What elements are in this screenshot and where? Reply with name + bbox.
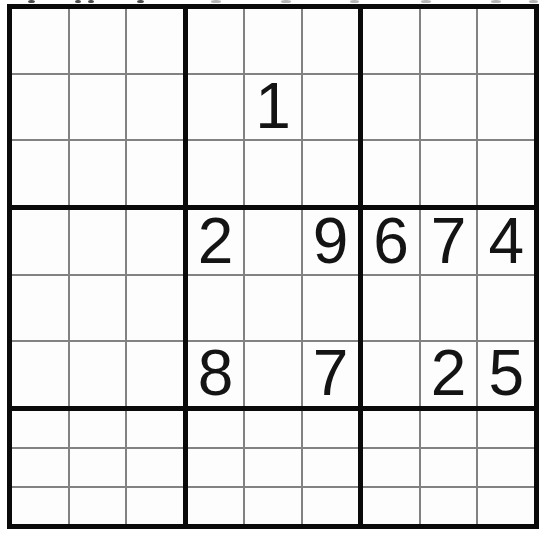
cell-r8c8[interactable] [421, 449, 477, 485]
cell-r6c2[interactable] [70, 342, 126, 406]
cell-r8c5[interactable] [245, 449, 301, 485]
cell-r4c2[interactable] [70, 210, 126, 274]
cell-r2c1[interactable] [12, 75, 68, 139]
cell-r5c4[interactable] [188, 276, 244, 340]
cell-r7c4[interactable] [188, 411, 244, 447]
sudoku-box-r3c2 [188, 411, 359, 524]
cell-r5c2[interactable] [70, 276, 126, 340]
sudoku-box-r2c1 [12, 210, 183, 406]
cell-r3c9[interactable] [478, 141, 534, 205]
cell-r5c6[interactable] [303, 276, 359, 340]
cell-r1c5[interactable] [245, 9, 301, 73]
given-digit: 6 [373, 210, 409, 273]
sudoku-box-r1c3 [363, 9, 534, 205]
cell-r7c7[interactable] [363, 411, 419, 447]
cell-r3c1[interactable] [12, 141, 68, 205]
cropped-digit-artifact [28, 0, 35, 3]
cropped-digit-artifact [88, 0, 94, 3]
cell-r5c8[interactable] [421, 276, 477, 340]
cell-r1c7[interactable] [363, 9, 419, 73]
cell-r3c6[interactable] [303, 141, 359, 205]
cell-r1c2[interactable] [70, 9, 126, 73]
cell-r2c6[interactable] [303, 75, 359, 139]
cell-r1c1[interactable] [12, 9, 68, 73]
cell-r2c9[interactable] [478, 75, 534, 139]
cell-r3c7[interactable] [363, 141, 419, 205]
cell-r7c8[interactable] [421, 411, 477, 447]
sudoku-box-r1c2: 1 [188, 9, 359, 205]
cell-r8c4[interactable] [188, 449, 244, 485]
given-digit: 1 [255, 75, 291, 138]
cropped-digit-artifact [137, 0, 144, 3]
cell-r4c5[interactable] [245, 210, 301, 274]
sudoku-box-r2c2: 2987 [188, 210, 359, 406]
given-digit: 2 [431, 342, 467, 405]
cell-r9c4[interactable] [188, 488, 244, 524]
cell-r9c7[interactable] [363, 488, 419, 524]
cell-r3c5[interactable] [245, 141, 301, 205]
cell-r3c3[interactable] [127, 141, 183, 205]
cell-r1c4[interactable] [188, 9, 244, 73]
cell-r6c1[interactable] [12, 342, 68, 406]
cropped-digit-artifact [491, 0, 501, 3]
cell-r3c8[interactable] [421, 141, 477, 205]
cell-r6c7[interactable] [363, 342, 419, 406]
cell-r1c8[interactable] [421, 9, 477, 73]
given-digit: 5 [488, 342, 524, 405]
cell-r7c5[interactable] [245, 411, 301, 447]
cell-r3c4[interactable] [188, 141, 244, 205]
cell-r7c9[interactable] [478, 411, 534, 447]
cell-r8c3[interactable] [127, 449, 183, 485]
cell-r4c8[interactable]: 7 [421, 210, 477, 274]
cropped-digit-artifact [529, 0, 538, 3]
sudoku-box-r1c1 [12, 9, 183, 205]
cell-r5c5[interactable] [245, 276, 301, 340]
cell-r8c6[interactable] [303, 449, 359, 485]
cell-r9c9[interactable] [478, 488, 534, 524]
cell-r9c1[interactable] [12, 488, 68, 524]
cell-r4c7[interactable]: 6 [363, 210, 419, 274]
cell-r9c6[interactable] [303, 488, 359, 524]
cell-r4c3[interactable] [127, 210, 183, 274]
cell-r5c3[interactable] [127, 276, 183, 340]
cell-r2c7[interactable] [363, 75, 419, 139]
cell-r1c9[interactable] [478, 9, 534, 73]
cell-r9c2[interactable] [70, 488, 126, 524]
cell-r2c3[interactable] [127, 75, 183, 139]
cell-r9c3[interactable] [127, 488, 183, 524]
cell-r6c3[interactable] [127, 342, 183, 406]
given-digit: 4 [488, 210, 524, 273]
cell-r4c4[interactable]: 2 [188, 210, 244, 274]
cropped-digit-artifact [211, 0, 221, 3]
cell-r1c3[interactable] [127, 9, 183, 73]
cell-r6c6[interactable]: 7 [303, 342, 359, 406]
cell-r6c5[interactable] [245, 342, 301, 406]
cell-r6c9[interactable]: 5 [478, 342, 534, 406]
cell-r5c9[interactable] [478, 276, 534, 340]
cell-r2c5[interactable]: 1 [245, 75, 301, 139]
cell-r7c6[interactable] [303, 411, 359, 447]
sudoku-board: 1298767425 [7, 4, 539, 529]
cell-r4c1[interactable] [12, 210, 68, 274]
cell-r7c1[interactable] [12, 411, 68, 447]
cell-r7c3[interactable] [127, 411, 183, 447]
cell-r2c2[interactable] [70, 75, 126, 139]
cell-r2c8[interactable] [421, 75, 477, 139]
cell-r5c7[interactable] [363, 276, 419, 340]
given-digit: 7 [313, 342, 349, 405]
cell-r4c6[interactable]: 9 [303, 210, 359, 274]
given-digit: 9 [313, 210, 349, 273]
cropped-digit-artifact [350, 0, 359, 3]
given-digit: 8 [198, 342, 234, 405]
cropped-digit-artifact [75, 0, 81, 3]
cell-r8c1[interactable] [12, 449, 68, 485]
cropped-digit-artifact [281, 0, 291, 3]
cell-r3c2[interactable] [70, 141, 126, 205]
cell-r2c4[interactable] [188, 75, 244, 139]
cell-r4c9[interactable]: 4 [478, 210, 534, 274]
sudoku-box-r3c3 [363, 411, 534, 524]
cell-r7c2[interactable] [70, 411, 126, 447]
cell-r8c9[interactable] [478, 449, 534, 485]
given-digit: 2 [198, 210, 234, 273]
given-digit: 7 [431, 210, 467, 273]
cell-r8c7[interactable] [363, 449, 419, 485]
sudoku-box-r3c1 [12, 411, 183, 524]
cell-r5c1[interactable] [12, 276, 68, 340]
sudoku-box-r2c3: 67425 [363, 210, 534, 406]
cell-r6c4[interactable]: 8 [188, 342, 244, 406]
cropped-digit-artifact [421, 0, 431, 3]
sudoku-page: 1298767425 [0, 0, 545, 540]
cell-r6c8[interactable]: 2 [421, 342, 477, 406]
cell-r9c5[interactable] [245, 488, 301, 524]
cell-r8c2[interactable] [70, 449, 126, 485]
cell-r9c8[interactable] [421, 488, 477, 524]
cell-r1c6[interactable] [303, 9, 359, 73]
